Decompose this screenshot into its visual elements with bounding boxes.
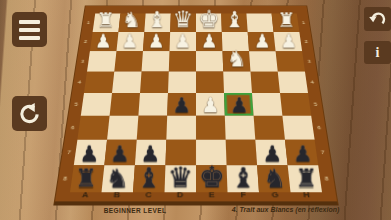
square-a4[interactable] xyxy=(84,72,114,93)
square-c6[interactable] xyxy=(137,116,167,140)
square-c5[interactable] xyxy=(138,93,168,116)
square-c3[interactable] xyxy=(142,51,170,71)
file-label-f: F xyxy=(227,190,259,200)
piece-black-pawn[interactable]: ♟ xyxy=(135,142,166,164)
square-d8[interactable]: ♛ xyxy=(164,165,196,192)
square-e5[interactable]: ♟ xyxy=(196,93,225,116)
square-g6[interactable] xyxy=(254,116,285,140)
piece-white-pawn[interactable]: ♟ xyxy=(90,32,117,51)
square-b5[interactable] xyxy=(110,93,140,116)
file-label-a: A xyxy=(69,190,102,200)
square-b8[interactable]: ♞ xyxy=(101,165,134,192)
square-h2[interactable]: ♟ xyxy=(274,32,303,51)
square-b4[interactable] xyxy=(112,72,142,93)
chess-app-screen: i ♜♞♝♛♚♝♜♟♟♟♟♟♟♟♞♟♟♟♟♟♟♟♟♜♞♝♛♚♝♞♜ ABCDEF… xyxy=(0,0,391,220)
square-a3[interactable] xyxy=(87,51,116,71)
square-f1[interactable]: ♝ xyxy=(221,14,247,32)
piece-black-king[interactable]: ♚ xyxy=(196,162,227,191)
square-d4[interactable] xyxy=(168,72,196,93)
piece-black-pawn[interactable]: ♟ xyxy=(167,94,196,115)
piece-black-pawn[interactable]: ♟ xyxy=(288,142,319,164)
square-g8[interactable]: ♞ xyxy=(257,165,290,192)
piece-white-bishop[interactable]: ♝ xyxy=(222,9,248,31)
square-h7[interactable]: ♟ xyxy=(285,140,318,165)
square-f4[interactable] xyxy=(223,72,252,93)
chess-board: ♜♞♝♛♚♝♜♟♟♟♟♟♟♟♞♟♟♟♟♟♟♟♟♜♞♝♛♚♝♞♜ ABCDEFGH… xyxy=(53,5,338,205)
turn-status-text: 4. Trait aux Blancs (en réflexion) xyxy=(218,206,353,213)
undo-icon xyxy=(368,11,387,27)
piece-black-bishop[interactable]: ♝ xyxy=(227,164,258,191)
file-label-g: G xyxy=(259,190,291,200)
piece-white-pawn[interactable]: ♟ xyxy=(116,32,143,51)
square-f3[interactable]: ♞ xyxy=(223,51,251,71)
file-label-c: C xyxy=(132,190,164,200)
square-c8[interactable]: ♝ xyxy=(133,165,165,192)
square-g3[interactable] xyxy=(249,51,278,71)
piece-black-queen[interactable]: ♛ xyxy=(165,163,196,191)
piece-black-pawn[interactable]: ♟ xyxy=(225,94,254,115)
piece-white-knight[interactable]: ♞ xyxy=(223,48,250,70)
rank-label-6: 6 xyxy=(311,116,327,140)
square-g7[interactable]: ♟ xyxy=(255,140,287,165)
board-grid[interactable]: ♜♞♝♛♚♝♜♟♟♟♟♟♟♟♞♟♟♟♟♟♟♟♟♜♞♝♛♚♝♞♜ xyxy=(70,14,322,193)
info-icon: i xyxy=(376,46,380,60)
square-g5[interactable] xyxy=(252,93,282,116)
square-a8[interactable]: ♜ xyxy=(70,165,104,192)
rank-label-4: 4 xyxy=(305,72,320,93)
square-f6[interactable] xyxy=(225,116,255,140)
piece-black-knight[interactable]: ♞ xyxy=(102,165,133,191)
piece-white-queen[interactable]: ♛ xyxy=(170,8,196,31)
square-d5[interactable]: ♟ xyxy=(167,93,196,116)
square-c2[interactable]: ♟ xyxy=(143,32,170,51)
rotate-board-button[interactable] xyxy=(12,96,47,131)
square-e6[interactable] xyxy=(196,116,226,140)
menu-button[interactable] xyxy=(12,12,47,47)
square-d2[interactable]: ♟ xyxy=(169,32,196,51)
square-a6[interactable] xyxy=(77,116,109,140)
piece-white-bishop[interactable]: ♝ xyxy=(144,9,170,31)
square-b6[interactable] xyxy=(107,116,138,140)
piece-black-rook[interactable]: ♜ xyxy=(70,167,101,192)
piece-black-bishop[interactable]: ♝ xyxy=(133,164,164,191)
piece-white-knight[interactable]: ♞ xyxy=(119,10,145,31)
piece-black-pawn[interactable]: ♟ xyxy=(257,142,288,164)
square-a2[interactable]: ♟ xyxy=(90,32,119,51)
file-labels: ABCDEFGH xyxy=(69,190,323,200)
hamburger-icon xyxy=(19,20,40,40)
square-a7[interactable]: ♟ xyxy=(74,140,107,165)
info-button[interactable]: i xyxy=(364,41,391,64)
board-frame: ♜♞♝♛♚♝♜♟♟♟♟♟♟♟♞♟♟♟♟♟♟♟♟♜♞♝♛♚♝♞♜ ABCDEFGH… xyxy=(53,5,338,205)
square-f5[interactable]: ♟ xyxy=(224,93,254,116)
piece-white-pawn[interactable]: ♟ xyxy=(169,32,196,51)
square-e8[interactable]: ♚ xyxy=(196,165,228,192)
file-label-e: E xyxy=(196,190,228,200)
piece-black-knight[interactable]: ♞ xyxy=(259,165,290,191)
piece-black-pawn[interactable]: ♟ xyxy=(74,142,105,164)
piece-white-pawn[interactable]: ♟ xyxy=(143,32,170,51)
piece-white-king[interactable]: ♚ xyxy=(196,7,222,31)
undo-button[interactable] xyxy=(364,7,391,31)
square-h8[interactable]: ♜ xyxy=(288,165,322,192)
rotate-icon xyxy=(18,102,41,125)
square-a5[interactable] xyxy=(81,93,112,116)
square-c4[interactable] xyxy=(140,72,169,93)
square-e2[interactable]: ♟ xyxy=(196,32,223,51)
piece-white-rook[interactable]: ♜ xyxy=(93,11,119,31)
rank-label-5: 5 xyxy=(308,93,324,116)
square-h5[interactable] xyxy=(280,93,311,116)
piece-white-pawn[interactable]: ♟ xyxy=(249,32,276,51)
file-label-d: D xyxy=(164,190,196,200)
file-label-h: H xyxy=(290,190,323,200)
square-g4[interactable] xyxy=(250,72,280,93)
square-b2[interactable]: ♟ xyxy=(116,32,144,51)
square-f8[interactable]: ♝ xyxy=(227,165,259,192)
square-h3[interactable] xyxy=(276,51,305,71)
piece-white-pawn[interactable]: ♟ xyxy=(196,94,225,115)
piece-black-rook[interactable]: ♜ xyxy=(290,167,321,192)
square-h6[interactable] xyxy=(282,116,314,140)
square-d6[interactable] xyxy=(166,116,196,140)
square-e4[interactable] xyxy=(196,72,224,93)
square-h4[interactable] xyxy=(278,72,308,93)
level-label: BEGINNER LEVEL xyxy=(85,207,185,214)
square-b7[interactable]: ♟ xyxy=(104,140,136,165)
piece-white-pawn[interactable]: ♟ xyxy=(196,32,223,51)
square-e3[interactable] xyxy=(196,51,223,71)
file-label-b: B xyxy=(101,190,133,200)
square-g2[interactable]: ♟ xyxy=(248,32,276,51)
piece-white-rook[interactable]: ♜ xyxy=(273,11,299,31)
square-b3[interactable] xyxy=(114,51,143,71)
square-d3[interactable] xyxy=(169,51,196,71)
piece-black-pawn[interactable]: ♟ xyxy=(104,142,135,164)
piece-white-pawn[interactable]: ♟ xyxy=(276,32,303,51)
